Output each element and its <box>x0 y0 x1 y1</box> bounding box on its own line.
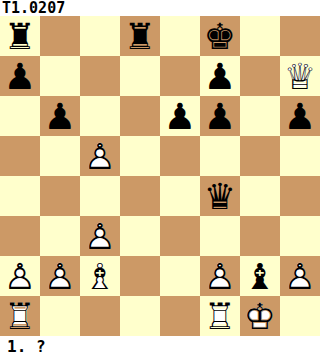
square-e3[interactable] <box>160 216 200 256</box>
square-c1[interactable] <box>80 296 120 336</box>
piece-black-pawn: ♟ <box>160 96 200 136</box>
square-a3[interactable] <box>0 216 40 256</box>
piece-white-rook: ♜♖ <box>200 296 240 336</box>
square-h8[interactable] <box>280 16 320 56</box>
square-b7[interactable] <box>40 56 80 96</box>
piece-black-pawn: ♟ <box>40 96 80 136</box>
square-d2[interactable] <box>120 256 160 296</box>
square-h5[interactable] <box>280 136 320 176</box>
square-b4[interactable] <box>40 176 80 216</box>
piece-white-pawn: ♟♙ <box>80 216 120 256</box>
square-a5[interactable] <box>0 136 40 176</box>
square-g4[interactable] <box>240 176 280 216</box>
square-g7[interactable] <box>240 56 280 96</box>
chess-board: ♜♜♚♟♟♛♕♟♟♟♟♟♙♛♟♙♟♙♟♙♝♗♟♙♝♟♙♜♖♜♖♚♔ <box>0 16 320 336</box>
square-g2[interactable]: ♝ <box>240 256 280 296</box>
square-b5[interactable] <box>40 136 80 176</box>
square-a2[interactable]: ♟♙ <box>0 256 40 296</box>
square-d1[interactable] <box>120 296 160 336</box>
square-f3[interactable] <box>200 216 240 256</box>
piece-black-rook: ♜ <box>120 16 160 56</box>
piece-black-rook: ♜ <box>0 16 40 56</box>
square-c6[interactable] <box>80 96 120 136</box>
square-b2[interactable]: ♟♙ <box>40 256 80 296</box>
square-c4[interactable] <box>80 176 120 216</box>
piece-white-rook: ♜♖ <box>0 296 40 336</box>
piece-black-pawn: ♟ <box>0 56 40 96</box>
square-f8[interactable]: ♚ <box>200 16 240 56</box>
piece-white-pawn: ♟♙ <box>200 256 240 296</box>
piece-black-pawn: ♟ <box>200 56 240 96</box>
square-e7[interactable] <box>160 56 200 96</box>
puzzle-id-label: T1.0207 <box>0 0 320 16</box>
square-h7[interactable]: ♛♕ <box>280 56 320 96</box>
square-d7[interactable] <box>120 56 160 96</box>
piece-black-pawn: ♟ <box>200 96 240 136</box>
square-g5[interactable] <box>240 136 280 176</box>
square-g8[interactable] <box>240 16 280 56</box>
square-e5[interactable] <box>160 136 200 176</box>
square-e2[interactable] <box>160 256 200 296</box>
piece-white-pawn: ♟♙ <box>280 256 320 296</box>
square-h3[interactable] <box>280 216 320 256</box>
square-e6[interactable]: ♟ <box>160 96 200 136</box>
square-g6[interactable] <box>240 96 280 136</box>
square-b1[interactable] <box>40 296 80 336</box>
square-b6[interactable]: ♟ <box>40 96 80 136</box>
square-g3[interactable] <box>240 216 280 256</box>
square-e1[interactable] <box>160 296 200 336</box>
square-h2[interactable]: ♟♙ <box>280 256 320 296</box>
piece-black-king: ♚ <box>200 16 240 56</box>
square-d5[interactable] <box>120 136 160 176</box>
piece-black-queen: ♛ <box>200 176 240 216</box>
square-e4[interactable] <box>160 176 200 216</box>
square-g1[interactable]: ♚♔ <box>240 296 280 336</box>
square-c7[interactable] <box>80 56 120 96</box>
square-c2[interactable]: ♝♗ <box>80 256 120 296</box>
square-e8[interactable] <box>160 16 200 56</box>
piece-white-pawn: ♟♙ <box>0 256 40 296</box>
square-f1[interactable]: ♜♖ <box>200 296 240 336</box>
square-f6[interactable]: ♟ <box>200 96 240 136</box>
piece-black-bishop: ♝ <box>240 256 280 296</box>
square-h6[interactable]: ♟ <box>280 96 320 136</box>
square-f7[interactable]: ♟ <box>200 56 240 96</box>
piece-white-pawn: ♟♙ <box>80 136 120 176</box>
square-b3[interactable] <box>40 216 80 256</box>
piece-white-queen: ♛♕ <box>280 56 320 96</box>
square-f2[interactable]: ♟♙ <box>200 256 240 296</box>
square-c5[interactable]: ♟♙ <box>80 136 120 176</box>
piece-white-bishop: ♝♗ <box>80 256 120 296</box>
square-c3[interactable]: ♟♙ <box>80 216 120 256</box>
square-b8[interactable] <box>40 16 80 56</box>
square-h4[interactable] <box>280 176 320 216</box>
square-f5[interactable] <box>200 136 240 176</box>
square-a4[interactable] <box>0 176 40 216</box>
square-f4[interactable]: ♛ <box>200 176 240 216</box>
square-d6[interactable] <box>120 96 160 136</box>
square-a1[interactable]: ♜♖ <box>0 296 40 336</box>
piece-black-pawn: ♟ <box>280 96 320 136</box>
square-d8[interactable]: ♜ <box>120 16 160 56</box>
move-prompt: 1. ? <box>0 336 320 360</box>
square-d4[interactable] <box>120 176 160 216</box>
piece-white-king: ♚♔ <box>240 296 280 336</box>
piece-white-pawn: ♟♙ <box>40 256 80 296</box>
square-a6[interactable] <box>0 96 40 136</box>
square-c8[interactable] <box>80 16 120 56</box>
square-a8[interactable]: ♜ <box>0 16 40 56</box>
square-d3[interactable] <box>120 216 160 256</box>
square-h1[interactable] <box>280 296 320 336</box>
square-a7[interactable]: ♟ <box>0 56 40 96</box>
